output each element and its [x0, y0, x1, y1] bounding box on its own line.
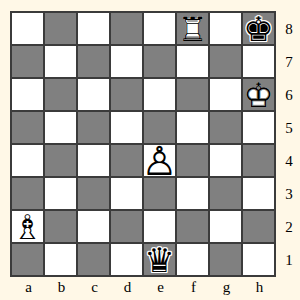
white-rook-f8[interactable]: ♖ — [177, 13, 208, 44]
rank-label-1: 1 — [280, 244, 298, 277]
black-queen-e1[interactable]: ♛ — [144, 244, 175, 275]
square-a4[interactable] — [12, 145, 43, 176]
square-f3[interactable] — [177, 178, 208, 209]
square-d3[interactable] — [111, 178, 142, 209]
white-bishop-a2-fill: ♝ — [12, 211, 43, 242]
square-a3[interactable] — [12, 178, 43, 209]
file-label-f: f — [177, 277, 210, 297]
square-e6[interactable] — [144, 79, 175, 110]
square-c8[interactable] — [78, 13, 109, 44]
square-g5[interactable] — [210, 112, 241, 143]
chess-diagram-page: { "game": "chess", "position": { "fen": … — [0, 0, 300, 300]
square-g1[interactable] — [210, 244, 241, 275]
file-label-h: h — [243, 277, 276, 297]
file-label-d: d — [111, 277, 144, 297]
square-f7[interactable] — [177, 46, 208, 77]
square-h4[interactable] — [243, 145, 274, 176]
square-d5[interactable] — [111, 112, 142, 143]
square-c7[interactable] — [78, 46, 109, 77]
rank-label-2: 2 — [280, 211, 298, 244]
square-f8[interactable]: ♜♖ — [177, 13, 208, 44]
square-g6[interactable] — [210, 79, 241, 110]
square-e3[interactable] — [144, 178, 175, 209]
square-h2[interactable] — [243, 211, 274, 242]
file-label-g: g — [210, 277, 243, 297]
square-h8[interactable]: ♚ — [243, 13, 274, 44]
square-d4[interactable] — [111, 145, 142, 176]
rank-label-3: 3 — [280, 178, 298, 211]
square-b7[interactable] — [45, 46, 76, 77]
file-label-a: a — [12, 277, 45, 297]
square-e7[interactable] — [144, 46, 175, 77]
square-g2[interactable] — [210, 211, 241, 242]
square-c4[interactable] — [78, 145, 109, 176]
black-king-h8[interactable]: ♚ — [243, 13, 274, 44]
rank-label-4: 4 — [280, 145, 298, 178]
square-a6[interactable] — [12, 79, 43, 110]
square-c2[interactable] — [78, 211, 109, 242]
square-f5[interactable] — [177, 112, 208, 143]
square-f6[interactable] — [177, 79, 208, 110]
white-bishop-a2[interactable]: ♗ — [12, 211, 43, 242]
square-f4[interactable] — [177, 145, 208, 176]
square-e5[interactable] — [144, 112, 175, 143]
square-b4[interactable] — [45, 145, 76, 176]
file-label-e: e — [144, 277, 177, 297]
square-h5[interactable] — [243, 112, 274, 143]
square-a7[interactable] — [12, 46, 43, 77]
square-c6[interactable] — [78, 79, 109, 110]
square-b3[interactable] — [45, 178, 76, 209]
square-b8[interactable] — [45, 13, 76, 44]
rank-label-5: 5 — [280, 112, 298, 145]
square-e8[interactable] — [144, 13, 175, 44]
file-label-b: b — [45, 277, 78, 297]
rank-coordinates: 87654321 — [280, 13, 298, 277]
square-c5[interactable] — [78, 112, 109, 143]
square-h1[interactable] — [243, 244, 274, 275]
square-c3[interactable] — [78, 178, 109, 209]
rank-label-8: 8 — [280, 13, 298, 46]
square-d8[interactable] — [111, 13, 142, 44]
square-f1[interactable] — [177, 244, 208, 275]
square-h7[interactable] — [243, 46, 274, 77]
square-d6[interactable] — [111, 79, 142, 110]
square-h3[interactable] — [243, 178, 274, 209]
square-a5[interactable] — [12, 112, 43, 143]
rank-label-7: 7 — [280, 46, 298, 79]
white-pawn-e4-fill: ♟ — [144, 145, 175, 176]
square-a2[interactable]: ♝♗ — [12, 211, 43, 242]
white-king-h6[interactable]: ♔ — [243, 79, 274, 110]
white-pawn-e4[interactable]: ♙ — [144, 145, 175, 176]
square-g8[interactable] — [210, 13, 241, 44]
square-b6[interactable] — [45, 79, 76, 110]
white-rook-f8-fill: ♜ — [177, 13, 208, 44]
square-d7[interactable] — [111, 46, 142, 77]
square-e2[interactable] — [144, 211, 175, 242]
square-e1[interactable]: ♛ — [144, 244, 175, 275]
square-g4[interactable] — [210, 145, 241, 176]
square-e4[interactable]: ♟♙ — [144, 145, 175, 176]
rank-label-6: 6 — [280, 79, 298, 112]
chessboard: ♜♖♚♚♔♟♙♝♗♛ — [10, 11, 276, 277]
square-f2[interactable] — [177, 211, 208, 242]
square-g7[interactable] — [210, 46, 241, 77]
square-a8[interactable] — [12, 13, 43, 44]
square-b5[interactable] — [45, 112, 76, 143]
square-g3[interactable] — [210, 178, 241, 209]
square-b1[interactable] — [45, 244, 76, 275]
square-d1[interactable] — [111, 244, 142, 275]
white-king-h6-fill: ♚ — [243, 79, 274, 110]
square-a1[interactable] — [12, 244, 43, 275]
square-h6[interactable]: ♚♔ — [243, 79, 274, 110]
file-coordinates: abcdefgh — [12, 277, 276, 297]
square-c1[interactable] — [78, 244, 109, 275]
square-b2[interactable] — [45, 211, 76, 242]
file-label-c: c — [78, 277, 111, 297]
square-d2[interactable] — [111, 211, 142, 242]
